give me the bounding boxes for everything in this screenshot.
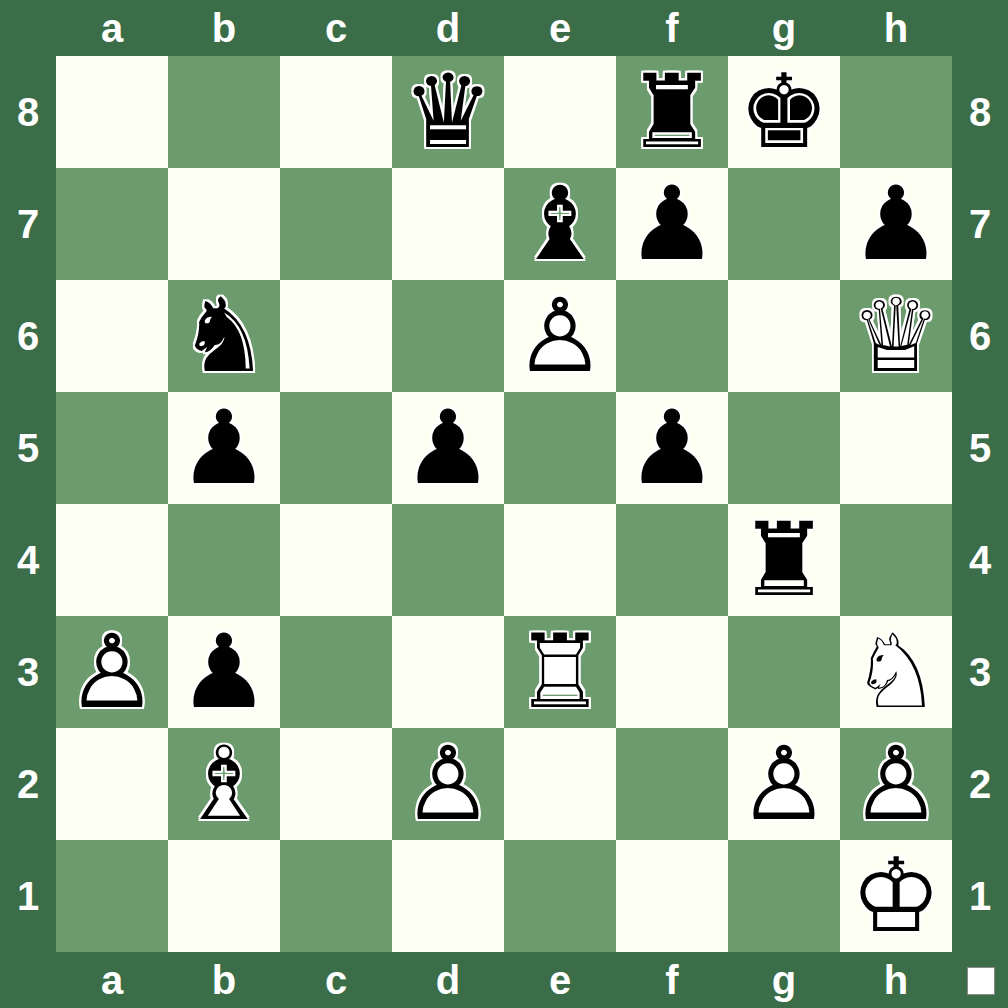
black-pawn-piece-fill: ♟ <box>616 168 728 280</box>
square-f3[interactable] <box>616 616 728 728</box>
rank-label-left-6: 6 <box>0 280 56 392</box>
file-label-top-f: f <box>616 0 728 56</box>
rank-label-left-7: 7 <box>0 168 56 280</box>
square-g6[interactable] <box>728 280 840 392</box>
square-d5[interactable]: ♟♟ <box>392 392 504 504</box>
black-king-piece-fill: ♚ <box>728 56 840 168</box>
file-label-top-e: e <box>504 0 616 56</box>
square-f2[interactable] <box>616 728 728 840</box>
square-h7[interactable]: ♟♟ <box>840 168 952 280</box>
square-g8[interactable]: ♚♚ <box>728 56 840 168</box>
square-b2[interactable]: ♝♗ <box>168 728 280 840</box>
white-pawn-piece: ♙ <box>56 616 168 728</box>
black-pawn-piece: ♟ <box>168 616 280 728</box>
rank-label-left-8: 8 <box>0 56 56 168</box>
black-pawn-piece-fill: ♟ <box>616 392 728 504</box>
file-labels-top: abcdefgh <box>56 0 952 56</box>
black-pawn-piece: ♟ <box>840 168 952 280</box>
square-e8[interactable] <box>504 56 616 168</box>
rank-label-right-4: 4 <box>952 504 1008 616</box>
white-to-move-indicator <box>967 967 995 995</box>
square-c2[interactable] <box>280 728 392 840</box>
square-g1[interactable] <box>728 840 840 952</box>
square-c8[interactable] <box>280 56 392 168</box>
square-g3[interactable] <box>728 616 840 728</box>
file-label-bottom-b: b <box>168 952 280 1008</box>
file-label-top-b: b <box>168 0 280 56</box>
square-c6[interactable] <box>280 280 392 392</box>
rank-label-right-7: 7 <box>952 168 1008 280</box>
white-king-piece: ♔ <box>840 840 952 952</box>
black-rook-piece-fill: ♜ <box>616 56 728 168</box>
file-label-bottom-d: d <box>392 952 504 1008</box>
rank-label-left-2: 2 <box>0 728 56 840</box>
square-a5[interactable] <box>56 392 168 504</box>
square-d7[interactable] <box>392 168 504 280</box>
file-labels-bottom: abcdefgh <box>56 952 952 1008</box>
rank-label-right-5: 5 <box>952 392 1008 504</box>
rank-labels-left: 87654321 <box>0 56 56 952</box>
file-label-bottom-g: g <box>728 952 840 1008</box>
square-g2[interactable]: ♟♙ <box>728 728 840 840</box>
rank-label-left-4: 4 <box>0 504 56 616</box>
square-f4[interactable] <box>616 504 728 616</box>
square-c7[interactable] <box>280 168 392 280</box>
square-b3[interactable]: ♟♟ <box>168 616 280 728</box>
black-bishop-piece-fill: ♝ <box>504 168 616 280</box>
black-king-piece: ♚ <box>728 56 840 168</box>
black-pawn-piece: ♟ <box>168 392 280 504</box>
rank-label-right-2: 2 <box>952 728 1008 840</box>
white-bishop-piece-fill: ♝ <box>168 728 280 840</box>
black-rook-piece: ♜ <box>728 504 840 616</box>
file-label-top-c: c <box>280 0 392 56</box>
square-a8[interactable] <box>56 56 168 168</box>
file-label-top-g: g <box>728 0 840 56</box>
square-h8[interactable] <box>840 56 952 168</box>
white-pawn-piece-fill: ♟ <box>840 728 952 840</box>
file-label-top-h: h <box>840 0 952 56</box>
file-label-bottom-f: f <box>616 952 728 1008</box>
black-pawn-piece-fill: ♟ <box>168 616 280 728</box>
square-h4[interactable] <box>840 504 952 616</box>
square-f6[interactable] <box>616 280 728 392</box>
black-bishop-piece: ♝ <box>504 168 616 280</box>
square-a7[interactable] <box>56 168 168 280</box>
white-pawn-piece-fill: ♟ <box>392 728 504 840</box>
square-b4[interactable] <box>168 504 280 616</box>
black-queen-piece: ♛ <box>392 56 504 168</box>
square-d8[interactable]: ♛♛ <box>392 56 504 168</box>
rank-labels-right: 87654321 <box>952 56 1008 952</box>
board: ♛♛♜♜♚♚♝♝♟♟♟♟♞♞♟♙♛♕♟♟♟♟♟♟♜♜♟♙♟♟♜♖♞♘♝♗♟♙♟♙… <box>56 56 952 952</box>
square-c1[interactable] <box>280 840 392 952</box>
square-c3[interactable] <box>280 616 392 728</box>
black-rook-piece-fill: ♜ <box>728 504 840 616</box>
white-pawn-piece: ♙ <box>840 728 952 840</box>
square-a1[interactable] <box>56 840 168 952</box>
square-b8[interactable] <box>168 56 280 168</box>
white-knight-piece-fill: ♞ <box>840 616 952 728</box>
square-g7[interactable] <box>728 168 840 280</box>
rank-label-right-6: 6 <box>952 280 1008 392</box>
square-h2[interactable]: ♟♙ <box>840 728 952 840</box>
file-label-top-d: d <box>392 0 504 56</box>
square-b1[interactable] <box>168 840 280 952</box>
square-e1[interactable] <box>504 840 616 952</box>
rank-label-left-1: 1 <box>0 840 56 952</box>
square-e7[interactable]: ♝♝ <box>504 168 616 280</box>
rank-label-right-3: 3 <box>952 616 1008 728</box>
square-d1[interactable] <box>392 840 504 952</box>
rank-label-right-1: 1 <box>952 840 1008 952</box>
file-label-bottom-a: a <box>56 952 168 1008</box>
white-queen-piece-fill: ♛ <box>840 280 952 392</box>
file-label-bottom-c: c <box>280 952 392 1008</box>
square-c5[interactable] <box>280 392 392 504</box>
square-h6[interactable]: ♛♕ <box>840 280 952 392</box>
white-bishop-piece: ♗ <box>168 728 280 840</box>
black-pawn-piece: ♟ <box>616 168 728 280</box>
square-d4[interactable] <box>392 504 504 616</box>
square-a3[interactable]: ♟♙ <box>56 616 168 728</box>
square-a4[interactable] <box>56 504 168 616</box>
black-pawn-piece: ♟ <box>392 392 504 504</box>
file-label-bottom-e: e <box>504 952 616 1008</box>
square-d6[interactable] <box>392 280 504 392</box>
square-e4[interactable] <box>504 504 616 616</box>
square-h5[interactable] <box>840 392 952 504</box>
white-king-piece-fill: ♚ <box>840 840 952 952</box>
square-a2[interactable] <box>56 728 168 840</box>
square-f1[interactable] <box>616 840 728 952</box>
square-e5[interactable] <box>504 392 616 504</box>
white-pawn-piece-fill: ♟ <box>56 616 168 728</box>
white-pawn-piece: ♙ <box>728 728 840 840</box>
rank-label-left-3: 3 <box>0 616 56 728</box>
square-h3[interactable]: ♞♘ <box>840 616 952 728</box>
square-f8[interactable]: ♜♜ <box>616 56 728 168</box>
white-pawn-piece: ♙ <box>392 728 504 840</box>
square-e2[interactable] <box>504 728 616 840</box>
square-f7[interactable]: ♟♟ <box>616 168 728 280</box>
white-pawn-piece-fill: ♟ <box>504 280 616 392</box>
square-e3[interactable]: ♜♖ <box>504 616 616 728</box>
square-b6[interactable]: ♞♞ <box>168 280 280 392</box>
square-e6[interactable]: ♟♙ <box>504 280 616 392</box>
black-pawn-piece: ♟ <box>616 392 728 504</box>
white-rook-piece: ♖ <box>504 616 616 728</box>
square-b7[interactable] <box>168 168 280 280</box>
square-g4[interactable]: ♜♜ <box>728 504 840 616</box>
white-pawn-piece-fill: ♟ <box>728 728 840 840</box>
white-queen-piece: ♕ <box>840 280 952 392</box>
black-rook-piece: ♜ <box>616 56 728 168</box>
square-d2[interactable]: ♟♙ <box>392 728 504 840</box>
file-label-bottom-h: h <box>840 952 952 1008</box>
black-pawn-piece-fill: ♟ <box>168 392 280 504</box>
file-label-top-a: a <box>56 0 168 56</box>
square-d3[interactable] <box>392 616 504 728</box>
black-pawn-piece-fill: ♟ <box>392 392 504 504</box>
square-h1[interactable]: ♚♔ <box>840 840 952 952</box>
black-pawn-piece-fill: ♟ <box>840 168 952 280</box>
white-pawn-piece: ♙ <box>504 280 616 392</box>
square-g5[interactable] <box>728 392 840 504</box>
white-knight-piece: ♘ <box>840 616 952 728</box>
black-knight-piece: ♞ <box>168 280 280 392</box>
square-b5[interactable]: ♟♟ <box>168 392 280 504</box>
black-queen-piece-fill: ♛ <box>392 56 504 168</box>
rank-label-left-5: 5 <box>0 392 56 504</box>
square-f5[interactable]: ♟♟ <box>616 392 728 504</box>
board-frame: abcdefgh abcdefgh 87654321 87654321 ♛♛♜♜… <box>0 0 1008 1008</box>
black-knight-piece-fill: ♞ <box>168 280 280 392</box>
white-rook-piece-fill: ♜ <box>504 616 616 728</box>
square-a6[interactable] <box>56 280 168 392</box>
rank-label-right-8: 8 <box>952 56 1008 168</box>
square-c4[interactable] <box>280 504 392 616</box>
